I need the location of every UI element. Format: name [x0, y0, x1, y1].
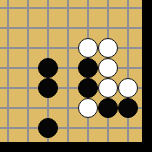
stone-white[interactable] [78, 98, 98, 118]
stone-black[interactable] [118, 98, 138, 118]
stone-white[interactable] [118, 78, 138, 98]
grid-line-horizontal [0, 67, 142, 69]
stone-black[interactable] [78, 78, 98, 98]
stone-white[interactable] [98, 38, 118, 58]
stone-black[interactable] [38, 118, 58, 138]
grid-line-horizontal [0, 47, 142, 49]
stone-white[interactable] [98, 78, 118, 98]
screenshot-root [0, 0, 152, 152]
go-board[interactable] [0, 0, 142, 142]
stone-white[interactable] [98, 58, 118, 78]
grid-line-horizontal [0, 7, 142, 9]
grid-line-vertical [67, 0, 69, 142]
stone-black[interactable] [78, 58, 98, 78]
grid-line-vertical [27, 0, 29, 142]
grid-line-horizontal [0, 27, 142, 29]
grid-line-vertical [7, 0, 9, 142]
grid-line-horizontal [0, 127, 142, 129]
stone-black[interactable] [38, 58, 58, 78]
stone-black[interactable] [38, 78, 58, 98]
stone-black[interactable] [98, 98, 118, 118]
stone-white[interactable] [78, 38, 98, 58]
grid-line-vertical [127, 0, 129, 142]
